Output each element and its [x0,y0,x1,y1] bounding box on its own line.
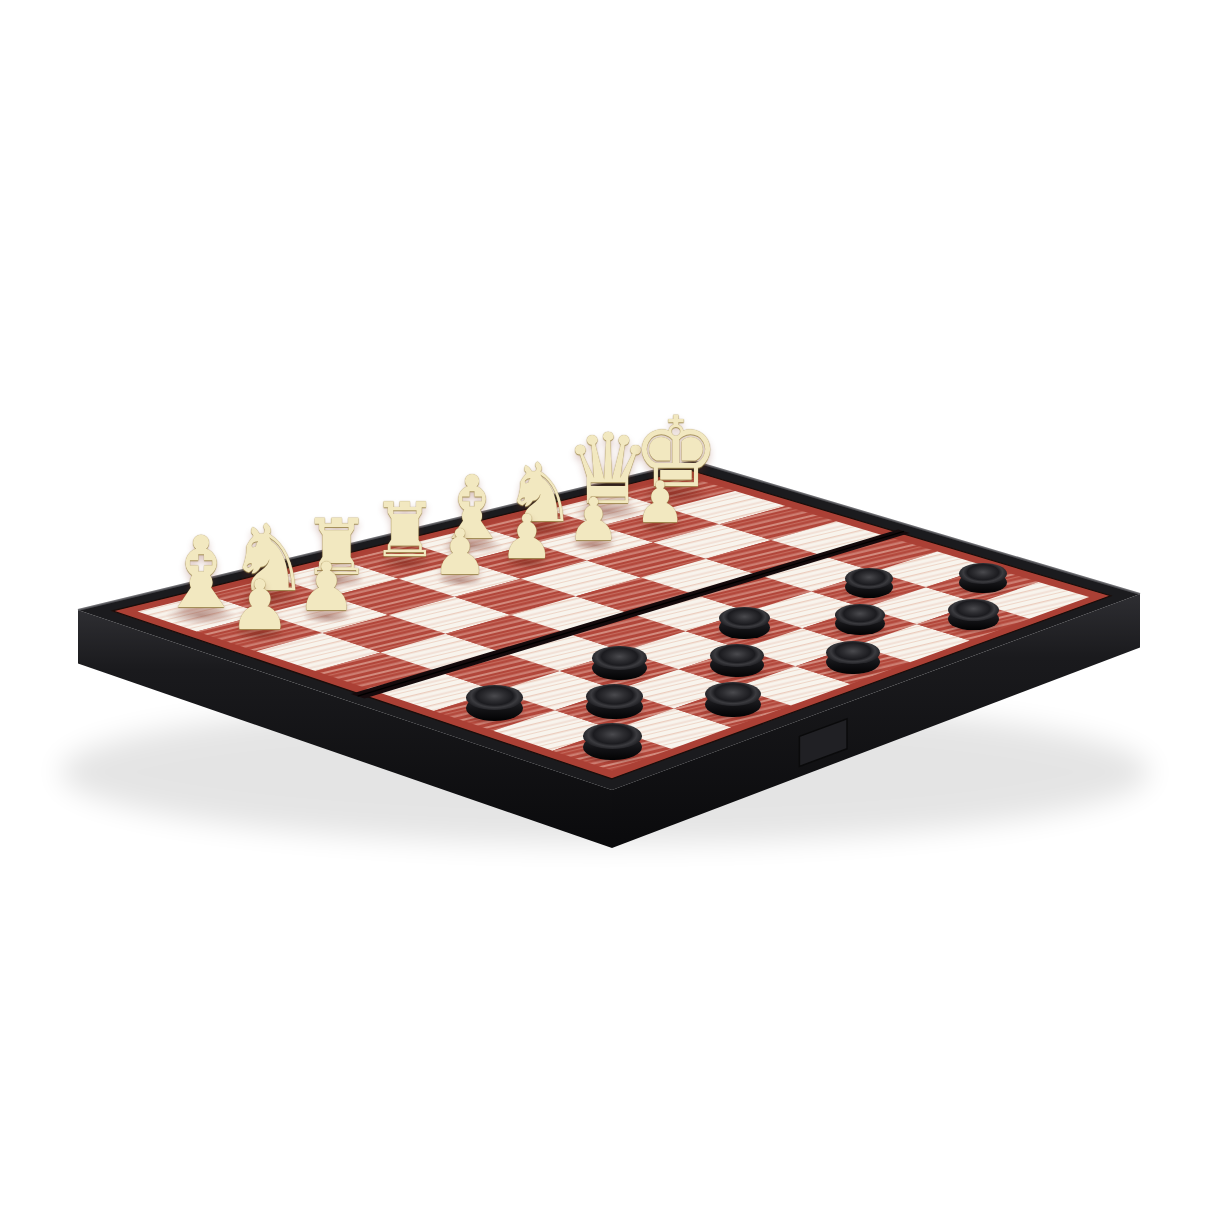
product-photo-scene: ♝♞♜♜♝♞♛♚♟♟♟♟♟♟ [0,0,1214,1214]
game-board [0,0,1214,1214]
